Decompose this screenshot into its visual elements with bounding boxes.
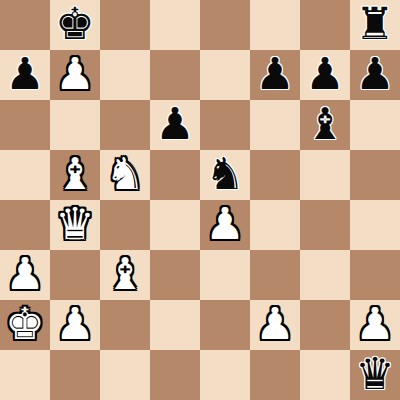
square-d6[interactable]: ♟ [150, 100, 200, 150]
piece-black-pawn[interactable]: ♟ [5, 49, 44, 99]
square-g7[interactable]: ♟ [300, 50, 350, 100]
square-g6[interactable]: ♝ [300, 100, 350, 150]
square-a6[interactable] [0, 100, 50, 150]
square-b8[interactable]: ♚ [50, 0, 100, 50]
square-h1[interactable]: ♛ [350, 350, 400, 400]
square-e5[interactable]: ♞ [200, 150, 250, 200]
square-b5[interactable]: ♝ [50, 150, 100, 200]
square-b2[interactable]: ♟ [50, 300, 100, 350]
piece-black-pawn[interactable]: ♟ [305, 49, 344, 99]
square-g2[interactable] [300, 300, 350, 350]
square-d8[interactable] [150, 0, 200, 50]
piece-black-queen[interactable]: ♛ [355, 349, 394, 399]
square-g4[interactable] [300, 200, 350, 250]
piece-white-king[interactable]: ♚ [5, 299, 44, 349]
piece-white-pawn[interactable]: ♟ [255, 299, 294, 349]
square-f3[interactable] [250, 250, 300, 300]
square-h7[interactable]: ♟ [350, 50, 400, 100]
square-e8[interactable] [200, 0, 250, 50]
piece-black-pawn[interactable]: ♟ [355, 49, 394, 99]
square-d7[interactable] [150, 50, 200, 100]
square-a7[interactable]: ♟ [0, 50, 50, 100]
square-b4[interactable]: ♛ [50, 200, 100, 250]
square-a1[interactable] [0, 350, 50, 400]
square-d2[interactable] [150, 300, 200, 350]
square-b1[interactable] [50, 350, 100, 400]
square-b7[interactable]: ♟ [50, 50, 100, 100]
square-e4[interactable]: ♟ [200, 200, 250, 250]
square-e6[interactable] [200, 100, 250, 150]
square-f8[interactable] [250, 0, 300, 50]
square-e1[interactable] [200, 350, 250, 400]
square-g3[interactable] [300, 250, 350, 300]
piece-white-queen[interactable]: ♛ [55, 199, 94, 249]
square-g8[interactable] [300, 0, 350, 50]
square-a4[interactable] [0, 200, 50, 250]
square-c3[interactable]: ♝ [100, 250, 150, 300]
square-h8[interactable]: ♜ [350, 0, 400, 50]
piece-black-knight[interactable]: ♞ [205, 149, 244, 199]
square-e7[interactable] [200, 50, 250, 100]
square-b6[interactable] [50, 100, 100, 150]
piece-black-pawn[interactable]: ♟ [155, 99, 194, 149]
square-a8[interactable] [0, 0, 50, 50]
square-c6[interactable] [100, 100, 150, 150]
square-f4[interactable] [250, 200, 300, 250]
piece-white-pawn[interactable]: ♟ [55, 299, 94, 349]
chess-board: ♚♜♟♟♟♟♟♟♝♝♞♞♛♟♟♝♚♟♟♟♛ [0, 0, 400, 400]
piece-white-pawn[interactable]: ♟ [55, 49, 94, 99]
square-c7[interactable] [100, 50, 150, 100]
square-f7[interactable]: ♟ [250, 50, 300, 100]
square-g5[interactable] [300, 150, 350, 200]
square-c1[interactable] [100, 350, 150, 400]
square-c2[interactable] [100, 300, 150, 350]
piece-black-rook[interactable]: ♜ [355, 0, 394, 49]
square-g1[interactable] [300, 350, 350, 400]
square-d1[interactable] [150, 350, 200, 400]
square-a2[interactable]: ♚ [0, 300, 50, 350]
piece-black-bishop[interactable]: ♝ [305, 99, 344, 149]
square-f6[interactable] [250, 100, 300, 150]
square-e3[interactable] [200, 250, 250, 300]
square-h4[interactable] [350, 200, 400, 250]
piece-white-pawn[interactable]: ♟ [355, 299, 394, 349]
piece-white-pawn[interactable]: ♟ [205, 199, 244, 249]
square-a3[interactable]: ♟ [0, 250, 50, 300]
square-h2[interactable]: ♟ [350, 300, 400, 350]
square-f5[interactable] [250, 150, 300, 200]
square-c8[interactable] [100, 0, 150, 50]
square-h6[interactable] [350, 100, 400, 150]
piece-black-king[interactable]: ♚ [55, 0, 94, 49]
piece-white-knight[interactable]: ♞ [105, 149, 144, 199]
square-d3[interactable] [150, 250, 200, 300]
square-d5[interactable] [150, 150, 200, 200]
square-c5[interactable]: ♞ [100, 150, 150, 200]
square-h5[interactable] [350, 150, 400, 200]
square-h3[interactable] [350, 250, 400, 300]
square-f2[interactable]: ♟ [250, 300, 300, 350]
square-a5[interactable] [0, 150, 50, 200]
piece-white-bishop[interactable]: ♝ [55, 149, 94, 199]
square-d4[interactable] [150, 200, 200, 250]
piece-black-pawn[interactable]: ♟ [255, 49, 294, 99]
square-f1[interactable] [250, 350, 300, 400]
square-e2[interactable] [200, 300, 250, 350]
piece-white-bishop[interactable]: ♝ [105, 249, 144, 299]
piece-white-pawn[interactable]: ♟ [5, 249, 44, 299]
square-b3[interactable] [50, 250, 100, 300]
square-c4[interactable] [100, 200, 150, 250]
